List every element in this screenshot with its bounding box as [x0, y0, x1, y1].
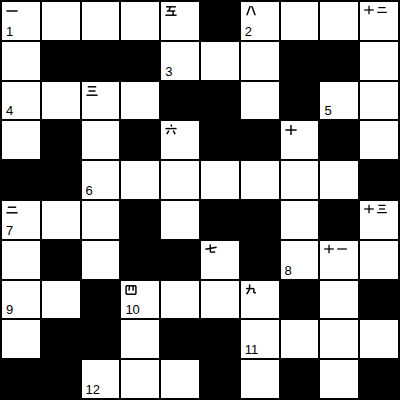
- cell-r4c4[interactable]: [161, 161, 199, 199]
- cell-r0c7[interactable]: [281, 2, 319, 40]
- black-cell-r4c0: [2, 161, 40, 199]
- kanji-clue-numeral: [363, 203, 388, 215]
- cell-r3c0[interactable]: [2, 121, 40, 159]
- cell-r1c4[interactable]: 3: [161, 42, 199, 80]
- clue-number: 6: [86, 184, 93, 197]
- black-cell-r4c1: [42, 161, 80, 199]
- cell-r4c3[interactable]: [121, 161, 159, 199]
- cell-r7c1[interactable]: [42, 281, 80, 319]
- cell-r8c7[interactable]: [281, 320, 319, 358]
- kanji-clue-numeral: [244, 4, 258, 18]
- black-cell-r1c8: [320, 42, 358, 80]
- clue-number: 12: [86, 383, 100, 396]
- cell-r2c6[interactable]: [241, 82, 279, 120]
- cell-r0c1[interactable]: [42, 2, 80, 40]
- black-cell-r6c4: [161, 241, 199, 279]
- black-cell-r6c3: [121, 241, 159, 279]
- black-cell-r3c6: [241, 121, 279, 159]
- cell-r4c5[interactable]: [201, 161, 239, 199]
- cell-r0c4[interactable]: [161, 2, 199, 40]
- cell-r8c8[interactable]: [320, 320, 358, 358]
- kanji-clue-numeral: [284, 123, 298, 137]
- cell-r5c1[interactable]: [42, 201, 80, 239]
- cell-r3c9[interactable]: [360, 121, 398, 159]
- black-cell-r8c2: [82, 320, 120, 358]
- clue-number: 4: [6, 104, 13, 117]
- cell-r9c4[interactable]: [161, 360, 199, 398]
- cell-r2c0[interactable]: 4: [2, 82, 40, 120]
- kanji-clue-numeral: [5, 4, 19, 18]
- cell-r9c2[interactable]: 12: [82, 360, 120, 398]
- cell-r2c8[interactable]: 5: [320, 82, 358, 120]
- black-cell-r5c8: [320, 201, 358, 239]
- kanji-clue-numeral: [164, 4, 178, 18]
- cell-r0c6[interactable]: 2: [241, 2, 279, 40]
- cell-r0c3[interactable]: [121, 2, 159, 40]
- black-cell-r9c0: [2, 360, 40, 398]
- cell-r5c0[interactable]: 7: [2, 201, 40, 239]
- clue-number: 9: [6, 303, 13, 316]
- cell-r4c8[interactable]: [320, 161, 358, 199]
- cell-r1c5[interactable]: [201, 42, 239, 80]
- cell-r9c3[interactable]: [121, 360, 159, 398]
- black-cell-r7c7: [281, 281, 319, 319]
- cell-r2c1[interactable]: [42, 82, 80, 120]
- clue-number: 2: [245, 25, 252, 38]
- cell-r8c6[interactable]: 11: [241, 320, 279, 358]
- cell-r0c0[interactable]: 1: [2, 2, 40, 40]
- cell-r4c6[interactable]: [241, 161, 279, 199]
- kanji-clue-numeral: [204, 243, 218, 257]
- black-cell-r1c2: [82, 42, 120, 80]
- black-cell-r6c1: [42, 241, 80, 279]
- cell-r6c8[interactable]: [320, 241, 358, 279]
- black-cell-r9c7: [281, 360, 319, 398]
- cell-r6c9[interactable]: [360, 241, 398, 279]
- kanji-clue-numeral: [124, 283, 138, 297]
- black-cell-r0c5: [201, 2, 239, 40]
- black-cell-r2c5: [201, 82, 239, 120]
- black-cell-r4c9: [360, 161, 398, 199]
- cell-r6c2[interactable]: [82, 241, 120, 279]
- clue-number: 8: [285, 264, 292, 277]
- cell-r7c4[interactable]: [161, 281, 199, 319]
- black-cell-r2c4: [161, 82, 199, 120]
- black-cell-r8c1: [42, 320, 80, 358]
- cell-r4c7[interactable]: [281, 161, 319, 199]
- cell-r0c9[interactable]: [360, 2, 398, 40]
- black-cell-r2c7: [281, 82, 319, 120]
- cell-r8c0[interactable]: [2, 320, 40, 358]
- black-cell-r7c2: [82, 281, 120, 319]
- crossword-board: 123456789101112: [0, 0, 400, 400]
- cell-r7c6[interactable]: [241, 281, 279, 319]
- cell-r8c3[interactable]: [121, 320, 159, 358]
- kanji-clue-numeral: [85, 84, 99, 98]
- clue-number: 3: [165, 65, 172, 78]
- cell-r9c6[interactable]: [241, 360, 279, 398]
- cell-r3c2[interactable]: [82, 121, 120, 159]
- black-cell-r6c6: [241, 241, 279, 279]
- black-cell-r3c3: [121, 121, 159, 159]
- cell-r7c0[interactable]: 9: [2, 281, 40, 319]
- cell-r5c7[interactable]: [281, 201, 319, 239]
- cell-r1c6[interactable]: [241, 42, 279, 80]
- kanji-clue-numeral: [363, 4, 388, 16]
- kanji-clue-numeral: [5, 203, 19, 217]
- clue-number: 11: [245, 343, 259, 356]
- black-cell-r3c1: [42, 121, 80, 159]
- cell-r9c8[interactable]: [320, 360, 358, 398]
- cell-r2c9[interactable]: [360, 82, 398, 120]
- black-cell-r3c8: [320, 121, 358, 159]
- black-cell-r3c5: [201, 121, 239, 159]
- kanji-clue-numeral: [244, 283, 258, 297]
- cell-r6c0[interactable]: [2, 241, 40, 279]
- black-cell-r5c5: [201, 201, 239, 239]
- cell-r5c2[interactable]: [82, 201, 120, 239]
- clue-number: 1: [6, 25, 13, 38]
- black-cell-r8c5: [201, 320, 239, 358]
- cell-r6c5[interactable]: [201, 241, 239, 279]
- clue-number: 5: [324, 104, 331, 117]
- cell-r1c9[interactable]: [360, 42, 398, 80]
- clue-number: 10: [125, 303, 139, 316]
- black-cell-r9c1: [42, 360, 80, 398]
- black-cell-r1c7: [281, 42, 319, 80]
- kanji-clue-numeral: [164, 123, 178, 137]
- cell-r3c7[interactable]: [281, 121, 319, 159]
- cell-r4c2[interactable]: 6: [82, 161, 120, 199]
- cell-r5c4[interactable]: [161, 201, 199, 239]
- cell-r7c3[interactable]: 10: [121, 281, 159, 319]
- cell-r6c7[interactable]: 8: [281, 241, 319, 279]
- black-cell-r5c3: [121, 201, 159, 239]
- cell-r0c2[interactable]: [82, 2, 120, 40]
- cell-r2c3[interactable]: [121, 82, 159, 120]
- cell-r7c8[interactable]: [320, 281, 358, 319]
- cell-r5c9[interactable]: [360, 201, 398, 239]
- cell-r2c2[interactable]: [82, 82, 120, 120]
- cell-r0c8[interactable]: [320, 2, 358, 40]
- cell-r7c5[interactable]: [201, 281, 239, 319]
- kanji-clue-numeral: [323, 243, 348, 255]
- black-cell-r9c9: [360, 360, 398, 398]
- black-cell-r5c6: [241, 201, 279, 239]
- cell-r3c4[interactable]: [161, 121, 199, 159]
- clue-number: 7: [6, 224, 13, 237]
- black-cell-r8c4: [161, 320, 199, 358]
- black-cell-r1c3: [121, 42, 159, 80]
- black-cell-r9c5: [201, 360, 239, 398]
- cell-r1c0[interactable]: [2, 42, 40, 80]
- cell-r8c9[interactable]: [360, 320, 398, 358]
- black-cell-r1c1: [42, 42, 80, 80]
- black-cell-r7c9: [360, 281, 398, 319]
